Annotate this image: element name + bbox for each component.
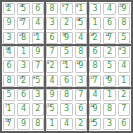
- solution-digit: 9: [7, 19, 12, 27]
- solution-digit: 8: [121, 19, 126, 27]
- cage-sum: 20: [19, 18, 23, 22]
- solution-digit: 8: [35, 120, 40, 128]
- cell-r9c2[interactable]: 9: [17, 118, 29, 130]
- solution-digit: 3: [93, 5, 98, 13]
- cell-r2c2[interactable]: 207: [17, 17, 29, 29]
- solution-digit: 3: [78, 77, 83, 85]
- solution-digit: 6: [93, 48, 98, 56]
- cell-r5c9[interactable]: 4: [118, 60, 130, 72]
- cage-sum: 24: [5, 119, 9, 123]
- solution-digit: 1: [50, 120, 55, 128]
- cell-r5c8[interactable]: 5: [103, 60, 115, 72]
- cell-r1c4[interactable]: 8: [46, 3, 58, 15]
- cage-sum: 12: [76, 61, 80, 65]
- cell-r4c9[interactable]: 83: [118, 46, 130, 58]
- cage-sum: 8: [119, 47, 121, 51]
- cage-sum: 16: [76, 18, 80, 22]
- solution-digit: 7: [78, 91, 83, 99]
- solution-digit: 4: [93, 91, 98, 99]
- cage-sum: 19: [19, 4, 23, 8]
- cell-r4c7[interactable]: 6: [89, 46, 101, 58]
- solution-digit: 4: [121, 62, 126, 70]
- cell-r8c4[interactable]: 215: [46, 103, 58, 115]
- cell-r7c9[interactable]: 2: [118, 89, 130, 101]
- solution-digit: 7: [64, 5, 69, 13]
- cell-r9c6[interactable]: 2: [75, 118, 87, 130]
- cage-sum: 8: [33, 76, 35, 80]
- solution-digit: 2: [64, 19, 69, 27]
- cell-r9c8[interactable]: 3: [103, 118, 115, 130]
- cell-r7c7[interactable]: 4: [89, 89, 101, 101]
- solution-digit: 9: [21, 120, 26, 128]
- cage-sum: 21: [47, 104, 51, 108]
- solution-digit: 2: [107, 48, 112, 56]
- solution-digit: 8: [93, 62, 98, 70]
- cell-r6c7[interactable]: 117: [89, 75, 101, 87]
- cage-sum: 13: [105, 76, 109, 80]
- solution-digit: 1: [93, 19, 98, 27]
- solution-digit: 6: [64, 77, 69, 85]
- solution-digit: 5: [64, 48, 69, 56]
- solution-digit: 7: [50, 48, 55, 56]
- cell-r7c8[interactable]: 1: [103, 89, 115, 101]
- solution-digit: 3: [21, 62, 26, 70]
- cell-r5c6[interactable]: 129: [75, 60, 87, 72]
- solution-digit: 4: [107, 5, 112, 13]
- solution-digit: 7: [121, 105, 126, 113]
- cell-r4c2[interactable]: 1: [17, 46, 29, 58]
- cell-r8c7[interactable]: 249: [89, 103, 101, 115]
- cell-r5c1[interactable]: 6: [3, 60, 15, 72]
- solution-digit: 2: [78, 120, 83, 128]
- cell-r9c3[interactable]: 8: [32, 118, 44, 130]
- solution-digit: 8: [107, 105, 112, 113]
- cell-r1c3[interactable]: 6: [32, 3, 44, 15]
- box-divider-vertical-1: [44, 0, 46, 133]
- solution-digit: 5: [121, 34, 126, 42]
- cell-r2c8[interactable]: 6: [103, 17, 115, 29]
- cell-r7c3[interactable]: 3: [32, 89, 44, 101]
- solution-digit: 4: [21, 105, 26, 113]
- cell-r8c1[interactable]: 71: [3, 103, 15, 115]
- solution-digit: 1: [7, 105, 12, 113]
- solution-digit: 3: [50, 19, 55, 27]
- cell-r1c1[interactable]: 142: [3, 3, 15, 15]
- solution-digit: 5: [107, 62, 112, 70]
- cell-r3c3[interactable]: 171: [32, 32, 44, 44]
- cell-r8c2[interactable]: 4: [17, 103, 29, 115]
- cage-sum: 24: [90, 104, 94, 108]
- cell-r6c8[interactable]: 139: [103, 75, 115, 87]
- cage-sum: 11: [90, 76, 94, 80]
- cell-r1c7[interactable]: 3: [89, 3, 101, 15]
- cell-r1c2[interactable]: 195: [17, 3, 29, 15]
- box-divider-horizontal-2: [0, 87, 133, 89]
- cell-r5c2[interactable]: 3: [17, 60, 29, 72]
- cell-r2c3[interactable]: 4: [32, 17, 44, 29]
- solution-digit: 8: [64, 91, 69, 99]
- solution-digit: 6: [35, 5, 40, 13]
- cage-sum: 18: [5, 47, 9, 51]
- cell-r2c6[interactable]: 165: [75, 17, 87, 29]
- solution-digit: 3: [107, 120, 112, 128]
- cell-r7c5[interactable]: 8: [60, 89, 72, 101]
- cage-sum: 14: [90, 119, 94, 123]
- cage-sum: 14: [105, 33, 109, 37]
- cell-r9c4[interactable]: 1: [46, 118, 58, 130]
- cell-r8c8[interactable]: 8: [103, 103, 115, 115]
- cell-r5c3[interactable]: 7: [32, 60, 44, 72]
- solution-digit: 3: [121, 48, 126, 56]
- cell-r4c8[interactable]: 2: [103, 46, 115, 58]
- cell-r9c9[interactable]: 6: [118, 118, 130, 130]
- solution-digit: 6: [78, 105, 83, 113]
- cell-r4c6[interactable]: 8: [75, 46, 87, 58]
- solution-digit: 9: [50, 91, 55, 99]
- cell-r3c4[interactable]: 6: [46, 32, 58, 44]
- cell-r6c9[interactable]: 1: [118, 75, 130, 87]
- cage-sum: 9: [62, 4, 64, 8]
- solution-digit: 2: [121, 91, 126, 99]
- sudoku-board: 1421956897813422992074321651683128171629…: [0, 0, 133, 133]
- cell-r3c9[interactable]: 5: [118, 32, 130, 44]
- cell-r9c7[interactable]: 145: [89, 118, 101, 130]
- cage-sum: 13: [19, 76, 23, 80]
- solution-digit: 5: [35, 77, 40, 85]
- cell-r2c9[interactable]: 8: [118, 17, 130, 29]
- cage-sum: 8: [76, 4, 78, 8]
- solution-digit: 3: [7, 34, 12, 42]
- solution-digit: 6: [107, 19, 112, 27]
- cell-r4c4[interactable]: 7: [46, 46, 58, 58]
- cell-r4c1[interactable]: 184: [3, 46, 15, 58]
- solution-digit: 8: [78, 48, 83, 56]
- cell-r8c3[interactable]: 2: [32, 103, 44, 115]
- solution-digit: 2: [35, 105, 40, 113]
- cell-r6c3[interactable]: 85: [32, 75, 44, 87]
- cell-r2c4[interactable]: 3: [46, 17, 58, 29]
- cell-r4c5[interactable]: 5: [60, 46, 72, 58]
- solution-digit: 3: [64, 105, 69, 113]
- solution-digit: 5: [7, 91, 12, 99]
- cell-r9c5[interactable]: 4: [60, 118, 72, 130]
- box-divider-horizontal-1: [0, 44, 133, 46]
- solution-digit: 2: [50, 62, 55, 70]
- cell-r5c5[interactable]: 211: [60, 60, 72, 72]
- cell-r6c2[interactable]: 132: [17, 75, 29, 87]
- solution-digit: 6: [7, 62, 12, 70]
- solution-digit: 1: [107, 91, 112, 99]
- solution-digit: 6: [21, 91, 26, 99]
- cell-r7c6[interactable]: 7: [75, 89, 87, 101]
- cell-r5c4[interactable]: 82: [46, 60, 58, 72]
- solution-digit: 4: [64, 120, 69, 128]
- solution-digit: 1: [78, 5, 83, 13]
- cell-r1c5[interactable]: 97: [60, 3, 72, 15]
- solution-digit: 9: [35, 48, 40, 56]
- solution-digit: 1: [121, 77, 126, 85]
- solution-digit: 6: [50, 34, 55, 42]
- cell-r1c6[interactable]: 81: [75, 3, 87, 15]
- cell-r3c2[interactable]: 128: [17, 32, 29, 44]
- cage-sum: 21: [62, 61, 66, 65]
- cell-r3c5[interactable]: 299: [60, 32, 72, 44]
- cage-sum: 7: [5, 104, 7, 108]
- cell-r6c5[interactable]: 6: [60, 75, 72, 87]
- cell-r8c6[interactable]: 6: [75, 103, 87, 115]
- cell-r6c1[interactable]: 8: [3, 75, 15, 87]
- cell-r3c6[interactable]: 4: [75, 32, 87, 44]
- cell-r1c8[interactable]: 4: [103, 3, 115, 15]
- solution-digit: 8: [7, 77, 12, 85]
- solution-digit: 3: [35, 91, 40, 99]
- cage-sum: 12: [19, 33, 23, 37]
- cell-r9c1[interactable]: 247: [3, 118, 15, 130]
- cell-r2c5[interactable]: 2: [60, 17, 72, 29]
- cell-r7c4[interactable]: 9: [46, 89, 58, 101]
- cage-sum: 17: [33, 33, 37, 37]
- box-divider-vertical-2: [87, 0, 89, 133]
- solution-digit: 8: [50, 5, 55, 13]
- cell-r5c7[interactable]: 8: [89, 60, 101, 72]
- cell-r7c1[interactable]: 5: [3, 89, 15, 101]
- cage-sum: 22: [119, 4, 123, 8]
- cell-r7c2[interactable]: 6: [17, 89, 29, 101]
- solution-digit: 4: [78, 34, 83, 42]
- cage-sum: 29: [62, 33, 66, 37]
- cell-r8c9[interactable]: 7: [118, 103, 130, 115]
- solution-digit: 7: [35, 62, 40, 70]
- solution-digit: 4: [50, 77, 55, 85]
- solution-digit: 1: [21, 48, 26, 56]
- cell-r6c4[interactable]: 4: [46, 75, 58, 87]
- cell-r3c1[interactable]: 3: [3, 32, 15, 44]
- cage-sum: 14: [5, 4, 9, 8]
- solution-digit: 4: [35, 19, 40, 27]
- cell-r6c6[interactable]: 3: [75, 75, 87, 87]
- cell-r8c5[interactable]: 3: [60, 103, 72, 115]
- cell-r1c9[interactable]: 229: [118, 3, 130, 15]
- cell-r3c8[interactable]: 147: [103, 32, 115, 44]
- cell-r3c7[interactable]: 162: [89, 32, 101, 44]
- cage-sum: 16: [90, 33, 94, 37]
- cell-r2c1[interactable]: 9: [3, 17, 15, 29]
- cell-r4c3[interactable]: 9: [32, 46, 44, 58]
- solution-digit: 6: [121, 120, 126, 128]
- cell-r2c7[interactable]: 1: [89, 17, 101, 29]
